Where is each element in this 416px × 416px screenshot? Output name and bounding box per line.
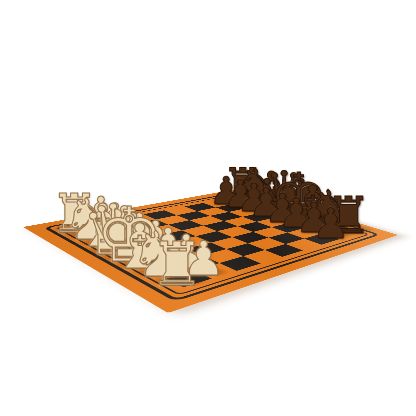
product-photo-stage: ♜♞♝♛♚♝♞♜♟♟♟♟♟♟♟♟♟♟♟♟♟♟♟♟♜♞♝♛♚♝♞♜ [0, 0, 416, 416]
white-rook[interactable]: ♜ [150, 234, 204, 294]
black-pawn[interactable]: ♟ [312, 202, 349, 244]
